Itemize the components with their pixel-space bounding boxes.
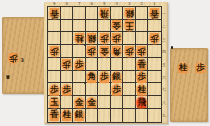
square-7-7[interactable] [73, 83, 86, 96]
square-8-3[interactable] [61, 32, 74, 45]
piece-sente-pawn-97[interactable]: 歩 [48, 83, 61, 96]
file-label-3: 3 [123, 1, 136, 6]
piece-kanji: 歩 [110, 83, 123, 96]
square-6-9[interactable] [86, 109, 99, 122]
piece-gote-silver-63[interactable]: 銀 [85, 32, 98, 45]
piece-kanji: 歩 [110, 32, 123, 45]
piece-sente-king-98[interactable]: 玉 [48, 96, 61, 109]
piece-gote-pawn-43[interactable]: 歩 [110, 32, 123, 45]
piece-gote-bishop-44[interactable]: 角 [110, 45, 123, 58]
piece-gote-king-32[interactable]: 王 [123, 19, 136, 32]
square-6-1[interactable] [86, 7, 99, 20]
square-3-9[interactable] [123, 109, 136, 122]
piece-kanji: 角 [85, 70, 98, 83]
piece-sente-gold-78[interactable]: 金 [73, 96, 86, 109]
square-3-6[interactable] [123, 71, 136, 84]
rank-label-4: 四 [162, 49, 168, 54]
rank-label-9: 九 [162, 113, 168, 118]
square-8-2[interactable] [61, 20, 74, 33]
piece-kanji: 金 [98, 45, 111, 58]
square-1-7[interactable] [148, 83, 161, 96]
piece-sente-rook-28[interactable]: 飛 [135, 96, 148, 109]
piece-kanji: 歩 [194, 61, 207, 74]
piece-kanji: 歩 [85, 45, 98, 58]
square-8-6[interactable] [61, 71, 74, 84]
file-label-9: 9 [48, 1, 61, 6]
square-1-8[interactable] [148, 96, 161, 109]
square-6-5[interactable] [86, 58, 99, 71]
square-7-1[interactable] [73, 7, 86, 20]
piece-kanji: 歩 [48, 83, 61, 96]
square-4-9[interactable] [111, 109, 124, 122]
piece-sente-bishop-66[interactable]: 角 [85, 70, 98, 83]
square-8-4[interactable] [61, 45, 74, 58]
piece-sente-lance-25[interactable]: 香 [135, 58, 148, 71]
piece-kanji: 歩 [60, 58, 73, 71]
piece-sente-gold-68[interactable]: 金 [85, 96, 98, 109]
square-1-4[interactable] [148, 45, 161, 58]
piece-kanji: 王 [123, 19, 136, 32]
piece-gote-lance-11[interactable]: 香 [148, 7, 161, 20]
piece-kanji: 歩 [98, 70, 111, 83]
piece-kanji: 桂 [135, 83, 148, 96]
square-3-5[interactable] [123, 58, 136, 71]
square-9-2[interactable] [48, 20, 61, 33]
piece-sente-knight[interactable]: 桂 [177, 61, 190, 74]
piece-kanji: 金 [85, 96, 98, 109]
piece-gote-pawn-13[interactable]: 歩 [148, 32, 161, 45]
square-6-7[interactable] [86, 83, 99, 96]
square-1-2[interactable] [148, 20, 161, 33]
square-2-1[interactable] [136, 7, 149, 20]
piece-sente-pawn-56[interactable]: 歩 [98, 70, 111, 83]
piece-gote-knight-73[interactable]: 桂 [73, 32, 86, 45]
piece-kanji: 銀 [110, 70, 123, 83]
square-5-9[interactable] [98, 109, 111, 122]
piece-gote-pawn[interactable]: 歩 [7, 52, 20, 65]
rank-label-6: 六 [162, 75, 168, 80]
piece-sente-pawn-87[interactable]: 歩 [60, 83, 73, 96]
file-label-7: 7 [73, 1, 86, 6]
file-label-8: 8 [61, 1, 74, 6]
piece-kanji: 歩 [135, 45, 148, 58]
square-4-8[interactable] [111, 96, 124, 109]
piece-gote-pawn-64[interactable]: 歩 [85, 45, 98, 58]
rank-label-3: 三 [162, 37, 168, 42]
file-label-1: 1 [148, 1, 161, 6]
square-6-2[interactable] [86, 20, 99, 33]
square-8-1[interactable] [61, 7, 74, 20]
piece-gote-lance-91[interactable]: 香 [48, 7, 61, 20]
shogi-board: 987654321 一二三四五六七八九 香飛銀香金王桂銀歩歩歩歩歩金角歩歩歩歩香… [44, 2, 168, 124]
piece-kanji: 歩 [148, 32, 161, 45]
square-1-5[interactable] [148, 58, 161, 71]
rank-label-5: 五 [162, 62, 168, 67]
square-4-5[interactable] [111, 58, 124, 71]
file-label-6: 6 [86, 1, 99, 6]
piece-kanji: 香 [148, 7, 161, 20]
piece-kanji: 銀 [73, 108, 86, 121]
piece-kanji: 銀 [85, 32, 98, 45]
piece-gote-rook-51[interactable]: 飛 [98, 7, 111, 20]
piece-kanji: 歩 [7, 52, 20, 65]
square-9-5[interactable] [48, 58, 61, 71]
sente-player-indicator-icon [171, 46, 174, 49]
piece-kanji: 桂 [73, 32, 86, 45]
piece-kanji: 歩 [98, 32, 111, 45]
sente-hand-tray [170, 48, 208, 122]
square-8-8[interactable] [61, 96, 74, 109]
piece-gote-pawn-34[interactable]: 歩 [123, 45, 136, 58]
piece-kanji: 金 [73, 96, 86, 109]
piece-sente-silver-46[interactable]: 銀 [110, 70, 123, 83]
piece-kanji: 飛 [135, 96, 148, 109]
piece-sente-lance-99[interactable]: 香 [48, 108, 61, 121]
piece-kanji: 金 [110, 19, 123, 32]
piece-sente-pawn[interactable]: 歩 [194, 61, 207, 74]
file-label-5: 5 [98, 1, 111, 6]
piece-gote-gold-42[interactable]: 金 [110, 19, 123, 32]
piece-kanji: 飛 [98, 7, 111, 20]
square-7-4[interactable] [73, 45, 86, 58]
piece-kanji: 歩 [123, 45, 136, 58]
square-2-9[interactable] [136, 109, 149, 122]
piece-gote-gold-54[interactable]: 金 [98, 45, 111, 58]
gote-player-indicator-icon [6, 75, 10, 79]
square-3-3[interactable] [123, 32, 136, 45]
piece-sente-silver-79[interactable]: 銀 [73, 108, 86, 121]
square-1-6[interactable] [148, 71, 161, 84]
square-9-3[interactable] [48, 32, 61, 45]
piece-kanji: 歩 [135, 70, 148, 83]
piece-sente-pawn-75[interactable]: 歩 [73, 58, 86, 71]
square-5-2[interactable] [98, 20, 111, 33]
piece-kanji: 歩 [48, 45, 61, 58]
file-label-4: 4 [111, 1, 124, 6]
rank-label-1: 一 [162, 11, 168, 16]
rank-label-7: 七 [162, 87, 168, 92]
piece-gote-pawn-94[interactable]: 歩 [48, 45, 61, 58]
piece-sente-knight-89[interactable]: 桂 [60, 108, 73, 121]
square-4-1[interactable] [111, 7, 124, 20]
piece-gote-pawn-53[interactable]: 歩 [98, 32, 111, 45]
square-9-6[interactable] [48, 71, 61, 84]
piece-kanji: 玉 [48, 96, 61, 109]
rank-label-8: 八 [162, 100, 168, 105]
piece-kanji: 香 [48, 7, 61, 20]
piece-kanji: 歩 [73, 58, 86, 71]
piece-gote-pawn-24[interactable]: 歩 [135, 45, 148, 58]
square-2-2[interactable] [136, 20, 149, 33]
piece-kanji: 角 [110, 45, 123, 58]
square-1-9[interactable] [148, 109, 161, 122]
piece-kanji: 歩 [60, 83, 73, 96]
hand-piece-count: 3 [21, 57, 24, 63]
square-2-3[interactable] [136, 32, 149, 45]
piece-sente-pawn-47[interactable]: 歩 [110, 83, 123, 96]
piece-kanji: 香 [135, 58, 148, 71]
square-5-8[interactable] [98, 96, 111, 109]
piece-gote-pawn-85[interactable]: 歩 [60, 58, 73, 71]
square-3-7[interactable] [123, 83, 136, 96]
rank-label-2: 二 [162, 24, 168, 29]
piece-kanji: 香 [48, 108, 61, 121]
piece-sente-pawn-26[interactable]: 歩 [135, 70, 148, 83]
shogi-app: 987654321 一二三四五六七八九 香飛銀香金王桂銀歩歩歩歩歩金角歩歩歩歩香… [0, 0, 210, 126]
file-label-2: 2 [136, 1, 149, 6]
piece-kanji: 桂 [60, 108, 73, 121]
square-7-2[interactable] [73, 20, 86, 33]
square-3-8[interactable] [123, 96, 136, 109]
piece-kanji: 桂 [177, 61, 190, 74]
piece-sente-knight-27[interactable]: 桂 [135, 83, 148, 96]
square-5-7[interactable] [98, 83, 111, 96]
square-5-5[interactable] [98, 58, 111, 71]
